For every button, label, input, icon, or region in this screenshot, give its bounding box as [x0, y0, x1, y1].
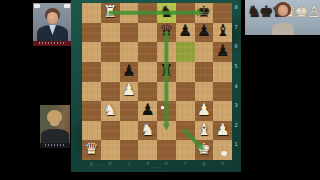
square-f4 [176, 82, 195, 102]
square-g5 [195, 62, 214, 82]
square-g4 [195, 82, 214, 102]
square-c3 [120, 101, 139, 121]
rank-label-1: 1 [232, 140, 240, 160]
square-a7 [82, 23, 101, 43]
rank-labels: 87654321 [232, 3, 240, 160]
square-h6: ♟ [213, 42, 232, 62]
square-c8 [120, 3, 139, 23]
square-e7: ♛ [157, 23, 176, 43]
square-g8: ♚ [195, 3, 214, 23]
piece-white-knight-b3: ♞ [103, 102, 117, 118]
square-d8 [138, 3, 157, 23]
square-h4 [213, 82, 232, 102]
rank-label-2: 2 [232, 121, 240, 141]
square-h3 [213, 101, 232, 121]
square-f8 [176, 3, 195, 23]
square-e8: ♞ [157, 3, 176, 23]
square-f5 [176, 62, 195, 82]
square-b4 [101, 82, 120, 102]
square-e1 [157, 140, 176, 160]
square-a2 [82, 121, 101, 141]
square-b2 [101, 121, 120, 141]
rank-label-4: 4 [232, 82, 240, 102]
rank-label-5: 5 [232, 62, 240, 82]
square-a4 [82, 82, 101, 102]
piece-black-bishop-h7: ♝ [215, 23, 229, 39]
square-f3 [176, 101, 195, 121]
file-label-e: e [157, 160, 176, 168]
rank-label-3: 3 [232, 101, 240, 121]
file-label-d: d [138, 160, 157, 168]
commentator-face [278, 5, 288, 16]
square-b1 [101, 140, 120, 160]
square-c7 [120, 23, 139, 43]
piece-white-pawn-h2: ♟ [215, 122, 229, 138]
square-e6 [157, 42, 176, 62]
backdrop-logo [34, 4, 40, 8]
square-h5 [213, 62, 232, 82]
piece-black-pawn-d3: ♟ [140, 102, 154, 118]
square-e3 [157, 101, 176, 121]
piece-white-pawn-g3: ♟ [197, 102, 211, 118]
square-c6 [120, 42, 139, 62]
rank-label-7: 7 [232, 23, 240, 43]
caption-text-smudge [45, 144, 66, 146]
square-b7 [101, 23, 120, 43]
square-d1 [138, 140, 157, 160]
rank-label-8: 8 [232, 3, 240, 23]
caption-text-smudge [39, 42, 66, 44]
piece-white-rook-b8: ♜ [103, 4, 117, 20]
backdrop-logo [64, 4, 70, 8]
square-c2 [120, 121, 139, 141]
commentator-torso [272, 23, 294, 35]
square-a1: ♛ [82, 140, 101, 160]
square-a3 [82, 101, 101, 121]
piece-white-bishop-g2: ♝ [197, 122, 211, 138]
square-h7: ♝ [213, 23, 232, 43]
square-e2 [157, 121, 176, 141]
piece-white-knight-d2: ♞ [140, 122, 154, 138]
piece-black-pawn-f7: ♟ [178, 23, 192, 39]
square-f7: ♟ [176, 23, 195, 43]
square-d2: ♞ [138, 121, 157, 141]
square-d7 [138, 23, 157, 43]
square-h8 [213, 3, 232, 23]
player-cam-top-left [33, 3, 71, 46]
square-d6 [138, 42, 157, 62]
player2-torso [41, 129, 69, 143]
mouse-cursor-dot [161, 106, 164, 109]
file-label-c: c [120, 160, 139, 168]
square-f1 [176, 140, 195, 160]
square-a5 [82, 62, 101, 82]
square-b5 [101, 62, 120, 82]
square-c1 [120, 140, 139, 160]
square-b8: ♜ [101, 3, 120, 23]
square-g2: ♝ [195, 121, 214, 141]
piece-black-pawn-h6: ♟ [215, 43, 229, 59]
file-label-g: g [195, 160, 214, 168]
square-g6 [195, 42, 214, 62]
square-g1: ♚ [195, 140, 214, 160]
square-c4: ♟ [120, 82, 139, 102]
square-e4 [157, 82, 176, 102]
piece-black-knight-e8: ♞ [159, 4, 173, 20]
file-labels: abcdefgh [82, 160, 232, 168]
piece-white-king-g1: ♚ [197, 141, 211, 157]
piece-white-pawn-c4: ♟ [122, 82, 136, 98]
stream-frame: { "game": "chess", "position": { "fen": … [0, 0, 320, 180]
file-label-f: f [176, 160, 195, 168]
piece-black-king-g8: ♚ [197, 4, 211, 20]
square-c5: ♟ [120, 62, 139, 82]
file-label-b: b [101, 160, 120, 168]
caption-bar [33, 41, 71, 46]
piece-black-pawn-g7: ♟ [197, 23, 211, 39]
file-label-h: h [213, 160, 232, 168]
file-label-a: a [82, 160, 101, 168]
piece-black-pawn-c5: ♟ [122, 63, 136, 79]
square-b3: ♞ [101, 101, 120, 121]
square-a8 [82, 3, 101, 23]
square-d4 [138, 82, 157, 102]
square-g7: ♟ [195, 23, 214, 43]
square-f6 [176, 42, 195, 62]
board-area: ♜♞♚♛♟♟♝♟♟♜♟♞♟♟♞♝♟♛♚ [82, 3, 232, 160]
rank-label-6: 6 [232, 42, 240, 62]
piece-black-rook-e5: ♜ [159, 63, 173, 79]
square-b6 [101, 42, 120, 62]
square-d3: ♟ [138, 101, 157, 121]
player1-face [47, 12, 58, 24]
chess-board: ♜♞♚♛♟♟♝♟♟♜♟♞♟♟♞♝♟♛♚ [82, 3, 232, 160]
square-g3: ♟ [195, 101, 214, 121]
commentator-cam: ♞♚♛ ♛♚♙ [245, 0, 320, 35]
player-cam-bottom-left [40, 105, 70, 148]
piece-white-queen-a1: ♛ [84, 141, 98, 157]
piece-black-queen-e7: ♛ [159, 23, 173, 39]
square-h2: ♟ [213, 121, 232, 141]
square-f2 [176, 121, 195, 141]
player2-hair [47, 110, 62, 123]
caption-bar [40, 143, 70, 148]
square-d5 [138, 62, 157, 82]
square-a6 [82, 42, 101, 62]
square-e5: ♜ [157, 62, 176, 82]
